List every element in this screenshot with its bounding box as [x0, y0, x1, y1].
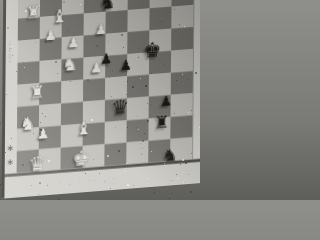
piece-wK: ♚	[70, 143, 92, 169]
edge-fine-print: ·ı·lı·ıl·ı·	[7, 41, 13, 102]
piece-bP: ♟	[155, 84, 177, 110]
piece-wP: ♟	[32, 115, 54, 141]
piece-bN: ♞	[97, 0, 119, 12]
piece-bR: ♜	[151, 106, 173, 132]
piece-wP: ♟	[90, 11, 112, 37]
piece-wP: ♟	[40, 18, 62, 44]
grain-speck	[154, 189, 155, 190]
piece-bP: ♟	[115, 47, 137, 73]
piece-wB: ♝	[73, 112, 95, 138]
piece-wP: ♟	[63, 25, 85, 51]
grain-speck	[16, 199, 17, 200]
piece-bP: ♟	[95, 41, 117, 67]
grain-speck	[171, 193, 172, 194]
grain-speck	[154, 192, 155, 193]
board-right-margin	[192, 0, 200, 159]
piece-wN: ♞	[17, 108, 39, 134]
pieces-layer: ♜♝♟♟♟♞♟♜♞♟♝♛♚♞♟♟♚♛♟♜♞	[17, 0, 194, 173]
piece-wR: ♜	[26, 76, 48, 102]
piece-wB: ♝	[49, 0, 71, 26]
grain-speck	[190, 191, 192, 193]
margin-scribbles: · ‚ · ·· ‚ ·	[59, 174, 118, 186]
grain-speck	[169, 198, 170, 199]
piece-wR: ♜	[22, 0, 44, 23]
piece-wP: ♟	[85, 49, 107, 75]
piece-bQ: ♛	[109, 93, 131, 119]
piece-wN: ♞	[59, 49, 81, 75]
grain-speck	[58, 199, 60, 200]
piece-bK: ♚	[141, 35, 163, 61]
corner-emblem-icon: ∗ ∗	[5, 141, 16, 169]
chess-board-photo: ·ı·lı·ıl·ı· ∗ ∗ ♜♝♟♟♟♞♟♜♞♟♝♛♚♞♟♟♚♛♟♜♞ · …	[1, 0, 200, 198]
